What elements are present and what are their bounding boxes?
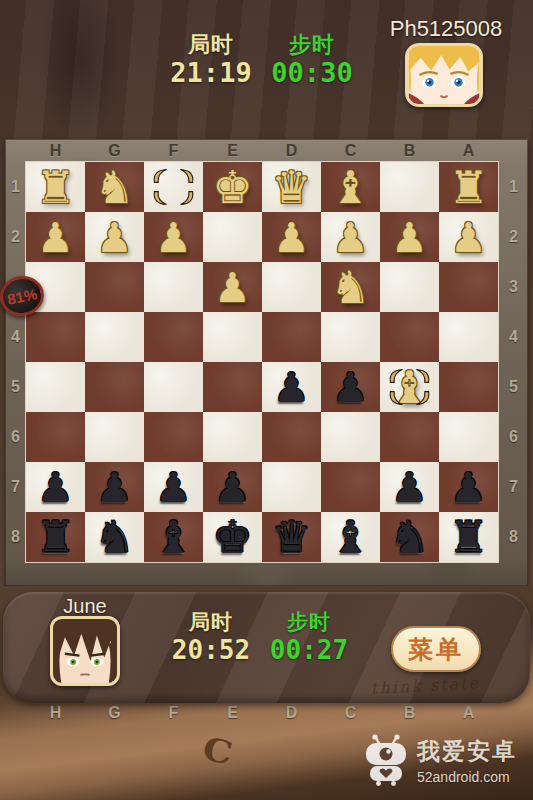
- file-labels-top: HGFEDCBA: [26, 140, 498, 161]
- piece-wR: ♜: [35, 163, 75, 212]
- square-D8[interactable]: ♛: [262, 512, 321, 562]
- bottom-game-time-label: 局时: [169, 608, 253, 636]
- piece-wP: ♟: [155, 214, 192, 262]
- opponent-avatar[interactable]: [405, 43, 483, 107]
- piece-bB: ♝: [330, 513, 370, 562]
- square-C5[interactable]: ♟: [321, 362, 380, 412]
- rank-label-4: 4: [499, 312, 528, 362]
- piece-wN: ♞: [330, 263, 370, 312]
- piece-bN: ♞: [94, 513, 134, 562]
- opponent-name: Ph5125008: [388, 16, 504, 42]
- square-B8[interactable]: ♞: [380, 512, 439, 562]
- piece-wB: ♝: [389, 363, 429, 412]
- piece-bP: ♟: [391, 464, 428, 512]
- bottom-move-time-label: 步时: [269, 608, 349, 636]
- file-label-A: A: [439, 702, 498, 723]
- top-game-time-label: 局时: [169, 30, 253, 60]
- rank-label-1: 1: [499, 162, 528, 212]
- piece-wP: ♟: [391, 214, 428, 262]
- player-avatar[interactable]: [50, 616, 120, 686]
- square-E8[interactable]: ♚: [203, 512, 262, 562]
- rank-label-1: 1: [5, 162, 26, 212]
- square-F5[interactable]: [144, 362, 203, 412]
- board-grid: ♜♞♚♛♝♜♟♟♟♟♟♟♟♟♞♟♟♝♟♟♟♟♟♟♜♞♝♚♛♝♞♜: [25, 161, 499, 563]
- piece-bP: ♟: [155, 464, 192, 512]
- square-F1[interactable]: [144, 162, 203, 212]
- menu-button[interactable]: 菜单: [391, 626, 481, 672]
- last-move-marker: [146, 164, 201, 210]
- bottom-game-time: 20:52: [163, 635, 259, 665]
- square-E5[interactable]: [203, 362, 262, 412]
- square-C2[interactable]: ♟: [321, 212, 380, 262]
- square-H8[interactable]: ♜: [26, 512, 85, 562]
- file-label-B: B: [380, 702, 439, 723]
- piece-bP: ♟: [450, 464, 487, 512]
- square-F7[interactable]: ♟: [144, 462, 203, 512]
- square-G6[interactable]: [85, 412, 144, 462]
- square-E7[interactable]: ♟: [203, 462, 262, 512]
- square-C8[interactable]: ♝: [321, 512, 380, 562]
- site-watermark: 我爱安卓 52android.com: [363, 732, 517, 788]
- piece-wB: ♝: [330, 163, 370, 212]
- rank-label-8: 8: [499, 512, 528, 562]
- square-D5[interactable]: ♟: [262, 362, 321, 412]
- square-D4[interactable]: [262, 312, 321, 362]
- square-D7[interactable]: [262, 462, 321, 512]
- square-E6[interactable]: [203, 412, 262, 462]
- square-F2[interactable]: ♟: [144, 212, 203, 262]
- square-F6[interactable]: [144, 412, 203, 462]
- piece-bB: ♝: [153, 513, 193, 562]
- rank-labels-left: 12345678: [5, 162, 26, 562]
- top-move-time: 00:30: [264, 57, 360, 88]
- watermark-url: 52android.com: [417, 769, 517, 785]
- game-screen: 局时 步时 21:19 00:30 Ph5125008 HGFEDCBA HGF…: [0, 0, 533, 800]
- brunette-avatar-face: [53, 619, 117, 683]
- square-A8[interactable]: ♜: [439, 512, 498, 562]
- square-H7[interactable]: ♟: [26, 462, 85, 512]
- square-B2[interactable]: ♟: [380, 212, 439, 262]
- file-label-E: E: [203, 140, 262, 161]
- piece-bP: ♟: [37, 464, 74, 512]
- square-B1[interactable]: [380, 162, 439, 212]
- square-G3[interactable]: [85, 262, 144, 312]
- square-A6[interactable]: [439, 412, 498, 462]
- piece-bK: ♚: [212, 513, 252, 562]
- file-label-G: G: [85, 702, 144, 723]
- square-G1[interactable]: ♞: [85, 162, 144, 212]
- piece-bP: ♟: [96, 464, 133, 512]
- square-G7[interactable]: ♟: [85, 462, 144, 512]
- file-label-D: D: [262, 140, 321, 161]
- piece-wP: ♟: [273, 214, 310, 262]
- square-E4[interactable]: [203, 312, 262, 362]
- piece-wP: ♟: [37, 214, 74, 262]
- square-H5[interactable]: [26, 362, 85, 412]
- square-F3[interactable]: [144, 262, 203, 312]
- square-H2[interactable]: ♟: [26, 212, 85, 262]
- rank-label-3: 3: [499, 262, 528, 312]
- square-E1[interactable]: ♚: [203, 162, 262, 212]
- bottom-move-time: 00:27: [265, 635, 353, 665]
- piece-wR: ♜: [448, 163, 488, 212]
- square-C6[interactable]: [321, 412, 380, 462]
- piece-bP: ♟: [273, 364, 310, 412]
- rank-label-5: 5: [499, 362, 528, 412]
- piece-bR: ♜: [448, 513, 488, 562]
- top-game-time: 21:19: [162, 57, 260, 88]
- square-A1[interactable]: ♜: [439, 162, 498, 212]
- piece-wP: ♟: [96, 214, 133, 262]
- rank-label-6: 6: [499, 412, 528, 462]
- square-D2[interactable]: ♟: [262, 212, 321, 262]
- square-B4[interactable]: [380, 312, 439, 362]
- piece-wP: ♟: [214, 264, 251, 312]
- file-label-C: C: [321, 140, 380, 161]
- rank-label-4: 4: [5, 312, 26, 362]
- square-A7[interactable]: ♟: [439, 462, 498, 512]
- piece-bR: ♜: [35, 513, 75, 562]
- file-label-H: H: [26, 140, 85, 161]
- piece-bQ: ♛: [271, 513, 311, 562]
- piece-bP: ♟: [214, 464, 251, 512]
- square-B7[interactable]: ♟: [380, 462, 439, 512]
- rank-label-6: 6: [5, 412, 26, 462]
- square-G2[interactable]: ♟: [85, 212, 144, 262]
- square-C3[interactable]: ♞: [321, 262, 380, 312]
- square-B3[interactable]: [380, 262, 439, 312]
- piece-wQ: ♛: [271, 163, 311, 212]
- square-A3[interactable]: [439, 262, 498, 312]
- square-H6[interactable]: [26, 412, 85, 462]
- square-E3[interactable]: ♟: [203, 262, 262, 312]
- square-B6[interactable]: [380, 412, 439, 462]
- chess-board: HGFEDCBA HGFEDCBA 12345678 12345678 ♜♞♚♛…: [5, 139, 528, 586]
- piece-bN: ♞: [389, 513, 429, 562]
- square-C4[interactable]: [321, 312, 380, 362]
- square-H4[interactable]: [26, 312, 85, 362]
- file-label-C: C: [321, 702, 380, 723]
- square-G8[interactable]: ♞: [85, 512, 144, 562]
- square-A4[interactable]: [439, 312, 498, 362]
- watermark-text: 我爱安卓: [417, 736, 517, 767]
- rank-labels-right: 12345678: [499, 162, 528, 562]
- file-labels-bottom: HGFEDCBA: [26, 702, 498, 723]
- rank-label-8: 8: [5, 512, 26, 562]
- blonde-avatar-face: [408, 46, 480, 104]
- wood-carving-c: C: [199, 729, 236, 772]
- rank-label-2: 2: [499, 212, 528, 262]
- square-D1[interactable]: ♛: [262, 162, 321, 212]
- square-D3[interactable]: [262, 262, 321, 312]
- rank-label-7: 7: [5, 462, 26, 512]
- piece-bP: ♟: [332, 364, 369, 412]
- square-G4[interactable]: [85, 312, 144, 362]
- file-label-F: F: [144, 702, 203, 723]
- square-F4[interactable]: [144, 312, 203, 362]
- square-E2[interactable]: [203, 212, 262, 262]
- piece-wK: ♚: [212, 163, 252, 212]
- rank-label-7: 7: [499, 462, 528, 512]
- square-D6[interactable]: [262, 412, 321, 462]
- rank-label-5: 5: [5, 362, 26, 412]
- square-H1[interactable]: ♜: [26, 162, 85, 212]
- file-label-A: A: [439, 140, 498, 161]
- file-label-B: B: [380, 140, 439, 161]
- player-panel: June 局时 步时 20:52 00:27 菜单 think state: [3, 592, 530, 703]
- square-G5[interactable]: [85, 362, 144, 412]
- square-A5[interactable]: [439, 362, 498, 412]
- square-F8[interactable]: ♝: [144, 512, 203, 562]
- piece-wP: ♟: [332, 214, 369, 262]
- file-label-E: E: [203, 702, 262, 723]
- file-label-G: G: [85, 140, 144, 161]
- last-move-marker: [382, 364, 437, 410]
- piece-wN: ♞: [94, 163, 134, 212]
- player-name: June: [43, 595, 127, 618]
- file-label-D: D: [262, 702, 321, 723]
- robot-mascot-icon: [363, 732, 409, 788]
- file-label-F: F: [144, 140, 203, 161]
- square-A2[interactable]: ♟: [439, 212, 498, 262]
- file-label-H: H: [26, 702, 85, 723]
- square-C1[interactable]: ♝: [321, 162, 380, 212]
- wood-engraving: think state: [333, 671, 519, 700]
- square-C7[interactable]: [321, 462, 380, 512]
- piece-wP: ♟: [450, 214, 487, 262]
- square-B5[interactable]: ♝: [380, 362, 439, 412]
- rank-label-2: 2: [5, 212, 26, 262]
- top-move-time-label: 步时: [270, 30, 354, 60]
